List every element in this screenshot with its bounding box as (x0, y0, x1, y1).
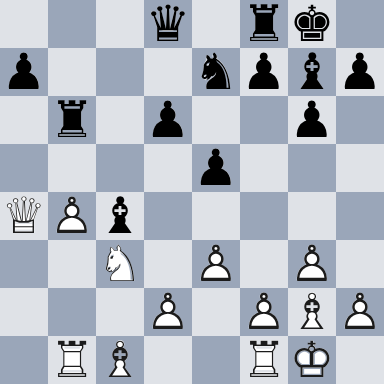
square-a2[interactable] (0, 288, 48, 336)
chess-board: ♕︎♛︎♖︎♜︎♔︎♚︎♙︎♟︎♘︎♞︎♙︎♟︎♗︎♝︎♙︎♟︎♖︎♜︎♙︎♟︎… (0, 0, 384, 384)
square-c6[interactable] (96, 96, 144, 144)
square-f8[interactable]: ♖︎♜︎ (240, 0, 288, 48)
white-bishop-glyph-detail: ♗︎ (96, 336, 144, 384)
black-pawn[interactable]: ♙︎♟︎ (144, 96, 192, 144)
black-rook-glyph-detail: ♜︎ (48, 96, 96, 144)
square-a3[interactable] (0, 240, 48, 288)
square-d1[interactable] (144, 336, 192, 384)
square-e7[interactable]: ♘︎♞︎ (192, 48, 240, 96)
white-rook[interactable]: ♜︎♖︎ (240, 336, 288, 384)
square-g4[interactable] (288, 192, 336, 240)
square-a4[interactable]: ♛︎♕︎ (0, 192, 48, 240)
square-a5[interactable] (0, 144, 48, 192)
black-king[interactable]: ♔︎♚︎ (288, 0, 336, 48)
white-pawn-glyph-detail: ♙︎ (48, 192, 96, 240)
square-g1[interactable]: ♚︎♔︎ (288, 336, 336, 384)
square-e8[interactable] (192, 0, 240, 48)
black-bishop-glyph-detail: ♝︎ (288, 48, 336, 96)
square-e3[interactable]: ♟︎♙︎ (192, 240, 240, 288)
white-knight[interactable]: ♞︎♘︎ (96, 240, 144, 288)
black-queen-glyph-detail: ♛︎ (144, 0, 192, 48)
square-f2[interactable]: ♟︎♙︎ (240, 288, 288, 336)
white-pawn-glyph-detail: ♙︎ (336, 288, 384, 336)
black-king-glyph-detail: ♚︎ (288, 0, 336, 48)
square-f1[interactable]: ♜︎♖︎ (240, 336, 288, 384)
square-e6[interactable] (192, 96, 240, 144)
black-pawn-glyph-detail: ♟︎ (0, 48, 48, 96)
white-rook-glyph-detail: ♖︎ (48, 336, 96, 384)
square-h1[interactable] (336, 336, 384, 384)
black-pawn[interactable]: ♙︎♟︎ (288, 96, 336, 144)
square-b3[interactable] (48, 240, 96, 288)
square-g5[interactable] (288, 144, 336, 192)
square-b7[interactable] (48, 48, 96, 96)
white-pawn-glyph-detail: ♙︎ (144, 288, 192, 336)
black-pawn-glyph-detail: ♟︎ (240, 48, 288, 96)
black-pawn[interactable]: ♙︎♟︎ (0, 48, 48, 96)
square-f3[interactable] (240, 240, 288, 288)
black-pawn[interactable]: ♙︎♟︎ (240, 48, 288, 96)
white-pawn-glyph-detail: ♙︎ (192, 240, 240, 288)
square-b2[interactable] (48, 288, 96, 336)
white-king[interactable]: ♚︎♔︎ (288, 336, 336, 384)
white-queen[interactable]: ♛︎♕︎ (0, 192, 48, 240)
white-pawn[interactable]: ♟︎♙︎ (192, 240, 240, 288)
white-king-glyph-detail: ♔︎ (288, 336, 336, 384)
square-e1[interactable] (192, 336, 240, 384)
square-a7[interactable]: ♙︎♟︎ (0, 48, 48, 96)
square-e2[interactable] (192, 288, 240, 336)
square-c2[interactable] (96, 288, 144, 336)
square-g6[interactable]: ♙︎♟︎ (288, 96, 336, 144)
square-e5[interactable]: ♙︎♟︎ (192, 144, 240, 192)
square-b5[interactable] (48, 144, 96, 192)
black-pawn[interactable]: ♙︎♟︎ (336, 48, 384, 96)
black-pawn-glyph-detail: ♟︎ (288, 96, 336, 144)
black-knight-glyph-detail: ♞︎ (192, 48, 240, 96)
square-b1[interactable]: ♜︎♖︎ (48, 336, 96, 384)
square-d3[interactable] (144, 240, 192, 288)
square-d4[interactable] (144, 192, 192, 240)
square-f5[interactable] (240, 144, 288, 192)
square-h3[interactable] (336, 240, 384, 288)
square-h6[interactable] (336, 96, 384, 144)
white-bishop[interactable]: ♝︎♗︎ (96, 336, 144, 384)
square-d2[interactable]: ♟︎♙︎ (144, 288, 192, 336)
square-g8[interactable]: ♔︎♚︎ (288, 0, 336, 48)
white-pawn[interactable]: ♟︎♙︎ (240, 288, 288, 336)
white-pawn[interactable]: ♟︎♙︎ (288, 240, 336, 288)
square-h4[interactable] (336, 192, 384, 240)
black-rook[interactable]: ♖︎♜︎ (48, 96, 96, 144)
square-c1[interactable]: ♝︎♗︎ (96, 336, 144, 384)
square-a6[interactable] (0, 96, 48, 144)
square-g2[interactable]: ♝︎♗︎ (288, 288, 336, 336)
square-b6[interactable]: ♖︎♜︎ (48, 96, 96, 144)
black-rook[interactable]: ♖︎♜︎ (240, 0, 288, 48)
black-pawn[interactable]: ♙︎♟︎ (192, 144, 240, 192)
square-h5[interactable] (336, 144, 384, 192)
black-bishop[interactable]: ♗︎♝︎ (288, 48, 336, 96)
square-g7[interactable]: ♗︎♝︎ (288, 48, 336, 96)
square-d6[interactable]: ♙︎♟︎ (144, 96, 192, 144)
white-pawn-glyph-detail: ♙︎ (288, 240, 336, 288)
black-rook-glyph-detail: ♜︎ (240, 0, 288, 48)
black-knight[interactable]: ♘︎♞︎ (192, 48, 240, 96)
black-pawn-glyph-detail: ♟︎ (192, 144, 240, 192)
white-pawn[interactable]: ♟︎♙︎ (48, 192, 96, 240)
black-bishop-glyph-detail: ♝︎ (96, 192, 144, 240)
white-bishop[interactable]: ♝︎♗︎ (288, 288, 336, 336)
square-f6[interactable] (240, 96, 288, 144)
white-bishop-glyph-detail: ♗︎ (288, 288, 336, 336)
square-d8[interactable]: ♕︎♛︎ (144, 0, 192, 48)
square-d7[interactable] (144, 48, 192, 96)
white-knight-glyph-detail: ♘︎ (96, 240, 144, 288)
white-rook[interactable]: ♜︎♖︎ (48, 336, 96, 384)
black-pawn-glyph-detail: ♟︎ (144, 96, 192, 144)
square-c8[interactable] (96, 0, 144, 48)
white-pawn-glyph-detail: ♙︎ (240, 288, 288, 336)
white-rook-glyph-detail: ♖︎ (240, 336, 288, 384)
square-h2[interactable]: ♟︎♙︎ (336, 288, 384, 336)
white-pawn[interactable]: ♟︎♙︎ (336, 288, 384, 336)
square-c5[interactable] (96, 144, 144, 192)
square-h8[interactable] (336, 0, 384, 48)
black-queen[interactable]: ♕︎♛︎ (144, 0, 192, 48)
square-c7[interactable] (96, 48, 144, 96)
square-d5[interactable] (144, 144, 192, 192)
square-a8[interactable] (0, 0, 48, 48)
square-e4[interactable] (192, 192, 240, 240)
square-h7[interactable]: ♙︎♟︎ (336, 48, 384, 96)
square-f7[interactable]: ♙︎♟︎ (240, 48, 288, 96)
square-a1[interactable] (0, 336, 48, 384)
black-pawn-glyph-detail: ♟︎ (336, 48, 384, 96)
black-bishop[interactable]: ♗︎♝︎ (96, 192, 144, 240)
white-queen-glyph-detail: ♕︎ (0, 192, 48, 240)
square-b8[interactable] (48, 0, 96, 48)
white-pawn[interactable]: ♟︎♙︎ (144, 288, 192, 336)
square-f4[interactable] (240, 192, 288, 240)
square-b4[interactable]: ♟︎♙︎ (48, 192, 96, 240)
square-c3[interactable]: ♞︎♘︎ (96, 240, 144, 288)
square-c4[interactable]: ♗︎♝︎ (96, 192, 144, 240)
square-g3[interactable]: ♟︎♙︎ (288, 240, 336, 288)
